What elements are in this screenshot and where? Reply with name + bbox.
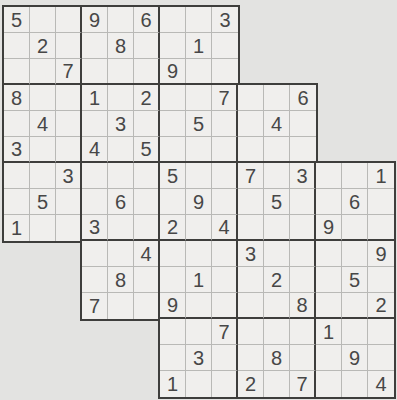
cell-r11c4[interactable]	[82, 267, 108, 293]
cell-r1c1[interactable]: 5	[4, 7, 30, 33]
cell-r13c13[interactable]: 1	[316, 319, 342, 345]
cell-r10c13[interactable]	[316, 241, 342, 267]
cell-r7c10[interactable]: 7	[238, 163, 264, 189]
cell-r9c2[interactable]	[30, 215, 56, 241]
cell-r4c5[interactable]	[108, 85, 134, 111]
cell-r11c9[interactable]	[212, 267, 238, 293]
cell-r15c14[interactable]	[342, 371, 368, 397]
cell-r13c14[interactable]	[342, 319, 368, 345]
cell-r3c7[interactable]: 9	[160, 59, 186, 85]
cell-r12c15[interactable]: 2	[368, 293, 394, 319]
cell-r11c8[interactable]: 1	[186, 267, 212, 293]
cell-r6c11[interactable]	[264, 137, 290, 163]
cell-r5c3[interactable]	[56, 111, 82, 137]
cell-r7c15[interactable]: 1	[368, 163, 394, 189]
cell-r13c8[interactable]	[186, 319, 212, 345]
cell-r4c12[interactable]: 6	[290, 85, 316, 111]
cell-r14c14[interactable]: 9	[342, 345, 368, 371]
cell-r9c12[interactable]	[290, 215, 316, 241]
cell-r7c12[interactable]: 3	[290, 163, 316, 189]
cell-r6c9[interactable]	[212, 137, 238, 163]
cell-r4c6[interactable]: 2	[134, 85, 160, 111]
cell-r4c1[interactable]: 8	[4, 85, 30, 111]
cell-r12c13[interactable]	[316, 293, 342, 319]
cell-r7c4[interactable]	[82, 163, 108, 189]
cell-r5c9[interactable]	[212, 111, 238, 137]
cell-r6c5[interactable]	[108, 137, 134, 163]
cell-r8c3[interactable]	[56, 189, 82, 215]
cell-r15c8[interactable]	[186, 371, 212, 397]
cell-r11c11[interactable]: 2	[264, 267, 290, 293]
cell-r7c5[interactable]	[108, 163, 134, 189]
cell-r5c2[interactable]: 4	[30, 111, 56, 137]
cell-r7c6[interactable]	[134, 163, 160, 189]
cell-r12c8[interactable]	[186, 293, 212, 319]
cell-r2c7[interactable]	[160, 33, 186, 59]
cell-r9c9[interactable]: 4	[212, 215, 238, 241]
cell-r1c7[interactable]	[160, 7, 186, 33]
cell-r12c4[interactable]: 7	[82, 293, 108, 319]
cell-r12c9[interactable]	[212, 293, 238, 319]
cell-r12c10[interactable]	[238, 293, 264, 319]
cell-r10c6[interactable]: 4	[134, 241, 160, 267]
cell-r9c15[interactable]	[368, 215, 394, 241]
cell-r10c14[interactable]	[342, 241, 368, 267]
cell-r9c13[interactable]: 9	[316, 215, 342, 241]
cell-r1c5[interactable]	[108, 7, 134, 33]
cell-r7c11[interactable]	[264, 163, 290, 189]
cell-r6c2[interactable]	[30, 137, 56, 163]
cell-r10c9[interactable]	[212, 241, 238, 267]
cell-r5c6[interactable]	[134, 111, 160, 137]
cell-r15c9[interactable]	[212, 371, 238, 397]
cell-r9c11[interactable]	[264, 215, 290, 241]
cell-r6c1[interactable]: 3	[4, 137, 30, 163]
cell-r10c10[interactable]: 3	[238, 241, 264, 267]
cell-r1c6[interactable]: 6	[134, 7, 160, 33]
cell-r8c2[interactable]: 5	[30, 189, 56, 215]
cell-r5c11[interactable]: 4	[264, 111, 290, 137]
cell-r2c3[interactable]	[56, 33, 82, 59]
cell-r14c11[interactable]: 8	[264, 345, 290, 371]
cell-r4c11[interactable]	[264, 85, 290, 111]
cell-r7c1[interactable]	[4, 163, 30, 189]
cell-r7c14[interactable]	[342, 163, 368, 189]
cell-r15c7[interactable]: 1	[160, 371, 186, 397]
cell-r4c3[interactable]	[56, 85, 82, 111]
cell-r3c3[interactable]: 7	[56, 59, 82, 85]
cell-r3c6[interactable]	[134, 59, 160, 85]
cell-r12c6[interactable]	[134, 293, 160, 319]
cell-r5c7[interactable]	[160, 111, 186, 137]
cell-r3c9[interactable]	[212, 59, 238, 85]
cell-r7c7[interactable]: 5	[160, 163, 186, 189]
cell-r3c5[interactable]	[108, 59, 134, 85]
cell-r4c7[interactable]	[160, 85, 186, 111]
cell-r13c7[interactable]	[160, 319, 186, 345]
cell-r2c8[interactable]: 1	[186, 33, 212, 59]
cell-r7c2[interactable]	[30, 163, 56, 189]
cell-r6c8[interactable]	[186, 137, 212, 163]
cell-r3c1[interactable]	[4, 59, 30, 85]
cell-r15c12[interactable]: 7	[290, 371, 316, 397]
cell-r6c10[interactable]	[238, 137, 264, 163]
cell-r12c12[interactable]: 8	[290, 293, 316, 319]
cell-r13c10[interactable]	[238, 319, 264, 345]
cell-r7c9[interactable]	[212, 163, 238, 189]
cell-r8c9[interactable]	[212, 189, 238, 215]
cell-r6c6[interactable]: 5	[134, 137, 160, 163]
cell-r3c2[interactable]	[30, 59, 56, 85]
cell-r8c10[interactable]	[238, 189, 264, 215]
cell-r14c15[interactable]	[368, 345, 394, 371]
cell-r11c14[interactable]: 5	[342, 267, 368, 293]
cell-r5c8[interactable]: 5	[186, 111, 212, 137]
cell-r8c4[interactable]	[82, 189, 108, 215]
cell-r1c3[interactable]	[56, 7, 82, 33]
cell-r2c6[interactable]	[134, 33, 160, 59]
cell-r10c12[interactable]	[290, 241, 316, 267]
cell-r11c6[interactable]	[134, 267, 160, 293]
cell-r15c13[interactable]	[316, 371, 342, 397]
cell-r8c8[interactable]: 9	[186, 189, 212, 215]
cell-r11c5[interactable]: 8	[108, 267, 134, 293]
cell-r4c10[interactable]	[238, 85, 264, 111]
cell-r10c11[interactable]	[264, 241, 290, 267]
cell-r11c10[interactable]	[238, 267, 264, 293]
cell-r10c4[interactable]	[82, 241, 108, 267]
cell-r4c2[interactable]	[30, 85, 56, 111]
cell-r10c5[interactable]	[108, 241, 134, 267]
cell-r4c8[interactable]	[186, 85, 212, 111]
cell-r9c14[interactable]	[342, 215, 368, 241]
cell-r8c5[interactable]: 6	[108, 189, 134, 215]
cell-r1c9[interactable]: 3	[212, 7, 238, 33]
cell-r11c12[interactable]	[290, 267, 316, 293]
cell-r1c8[interactable]	[186, 7, 212, 33]
cell-r5c12[interactable]	[290, 111, 316, 137]
cell-r13c9[interactable]: 7	[212, 319, 238, 345]
cell-r12c14[interactable]	[342, 293, 368, 319]
cell-r12c11[interactable]	[264, 293, 290, 319]
cell-r8c12[interactable]	[290, 189, 316, 215]
cell-r2c4[interactable]	[82, 33, 108, 59]
cell-r9c4[interactable]: 3	[82, 215, 108, 241]
cell-r14c7[interactable]	[160, 345, 186, 371]
cell-r13c12[interactable]	[290, 319, 316, 345]
cell-r5c10[interactable]	[238, 111, 264, 137]
grid-3-bottom-right: 573195624939125982713891274	[158, 161, 396, 399]
cell-r9c5[interactable]	[108, 215, 134, 241]
cell-r9c3[interactable]	[56, 215, 82, 241]
cell-r2c5[interactable]: 8	[108, 33, 134, 59]
cell-r6c7[interactable]	[160, 137, 186, 163]
cell-r8c7[interactable]	[160, 189, 186, 215]
cell-r11c7[interactable]	[160, 267, 186, 293]
cell-r10c8[interactable]	[186, 241, 212, 267]
cell-r9c8[interactable]	[186, 215, 212, 241]
cell-r6c12[interactable]	[290, 137, 316, 163]
cell-r1c2[interactable]	[30, 7, 56, 33]
cell-r4c4[interactable]: 1	[82, 85, 108, 111]
cell-r14c13[interactable]	[316, 345, 342, 371]
cell-r13c15[interactable]	[368, 319, 394, 345]
cell-r8c6[interactable]	[134, 189, 160, 215]
cell-r9c6[interactable]	[134, 215, 160, 241]
cell-r10c15[interactable]: 9	[368, 241, 394, 267]
cell-r15c11[interactable]	[264, 371, 290, 397]
cell-r8c14[interactable]: 6	[342, 189, 368, 215]
cell-r14c8[interactable]: 3	[186, 345, 212, 371]
cell-r8c1[interactable]	[4, 189, 30, 215]
cell-r14c9[interactable]	[212, 345, 238, 371]
cell-r11c13[interactable]	[316, 267, 342, 293]
cell-r6c3[interactable]	[56, 137, 82, 163]
cell-r2c9[interactable]	[212, 33, 238, 59]
cell-r8c13[interactable]	[316, 189, 342, 215]
cell-r6c4[interactable]: 4	[82, 137, 108, 163]
cell-r7c13[interactable]	[316, 163, 342, 189]
cell-r3c8[interactable]	[186, 59, 212, 85]
cell-r3c4[interactable]	[82, 59, 108, 85]
cell-r5c4[interactable]	[82, 111, 108, 137]
cell-r10c7[interactable]	[160, 241, 186, 267]
cell-r8c11[interactable]: 5	[264, 189, 290, 215]
cell-r7c8[interactable]	[186, 163, 212, 189]
cell-r1c4[interactable]: 9	[82, 7, 108, 33]
cell-r4c9[interactable]: 7	[212, 85, 238, 111]
cell-r15c10[interactable]: 2	[238, 371, 264, 397]
cell-r7c3[interactable]: 3	[56, 163, 82, 189]
cell-r9c10[interactable]	[238, 215, 264, 241]
cell-r11c15[interactable]	[368, 267, 394, 293]
cell-r14c12[interactable]	[290, 345, 316, 371]
cell-r12c5[interactable]	[108, 293, 134, 319]
cell-r12c7[interactable]: 9	[160, 293, 186, 319]
cell-r8c15[interactable]	[368, 189, 394, 215]
puzzle-page: 5963281798127435345355691324127635445573…	[0, 0, 397, 400]
cell-r13c11[interactable]	[264, 319, 290, 345]
cell-r9c1[interactable]: 1	[4, 215, 30, 241]
cell-r14c10[interactable]	[238, 345, 264, 371]
cell-r15c15[interactable]: 4	[368, 371, 394, 397]
cell-r2c1[interactable]	[4, 33, 30, 59]
cell-r2c2[interactable]: 2	[30, 33, 56, 59]
cell-r9c7[interactable]: 2	[160, 215, 186, 241]
cell-r5c5[interactable]: 3	[108, 111, 134, 137]
cell-r5c1[interactable]	[4, 111, 30, 137]
